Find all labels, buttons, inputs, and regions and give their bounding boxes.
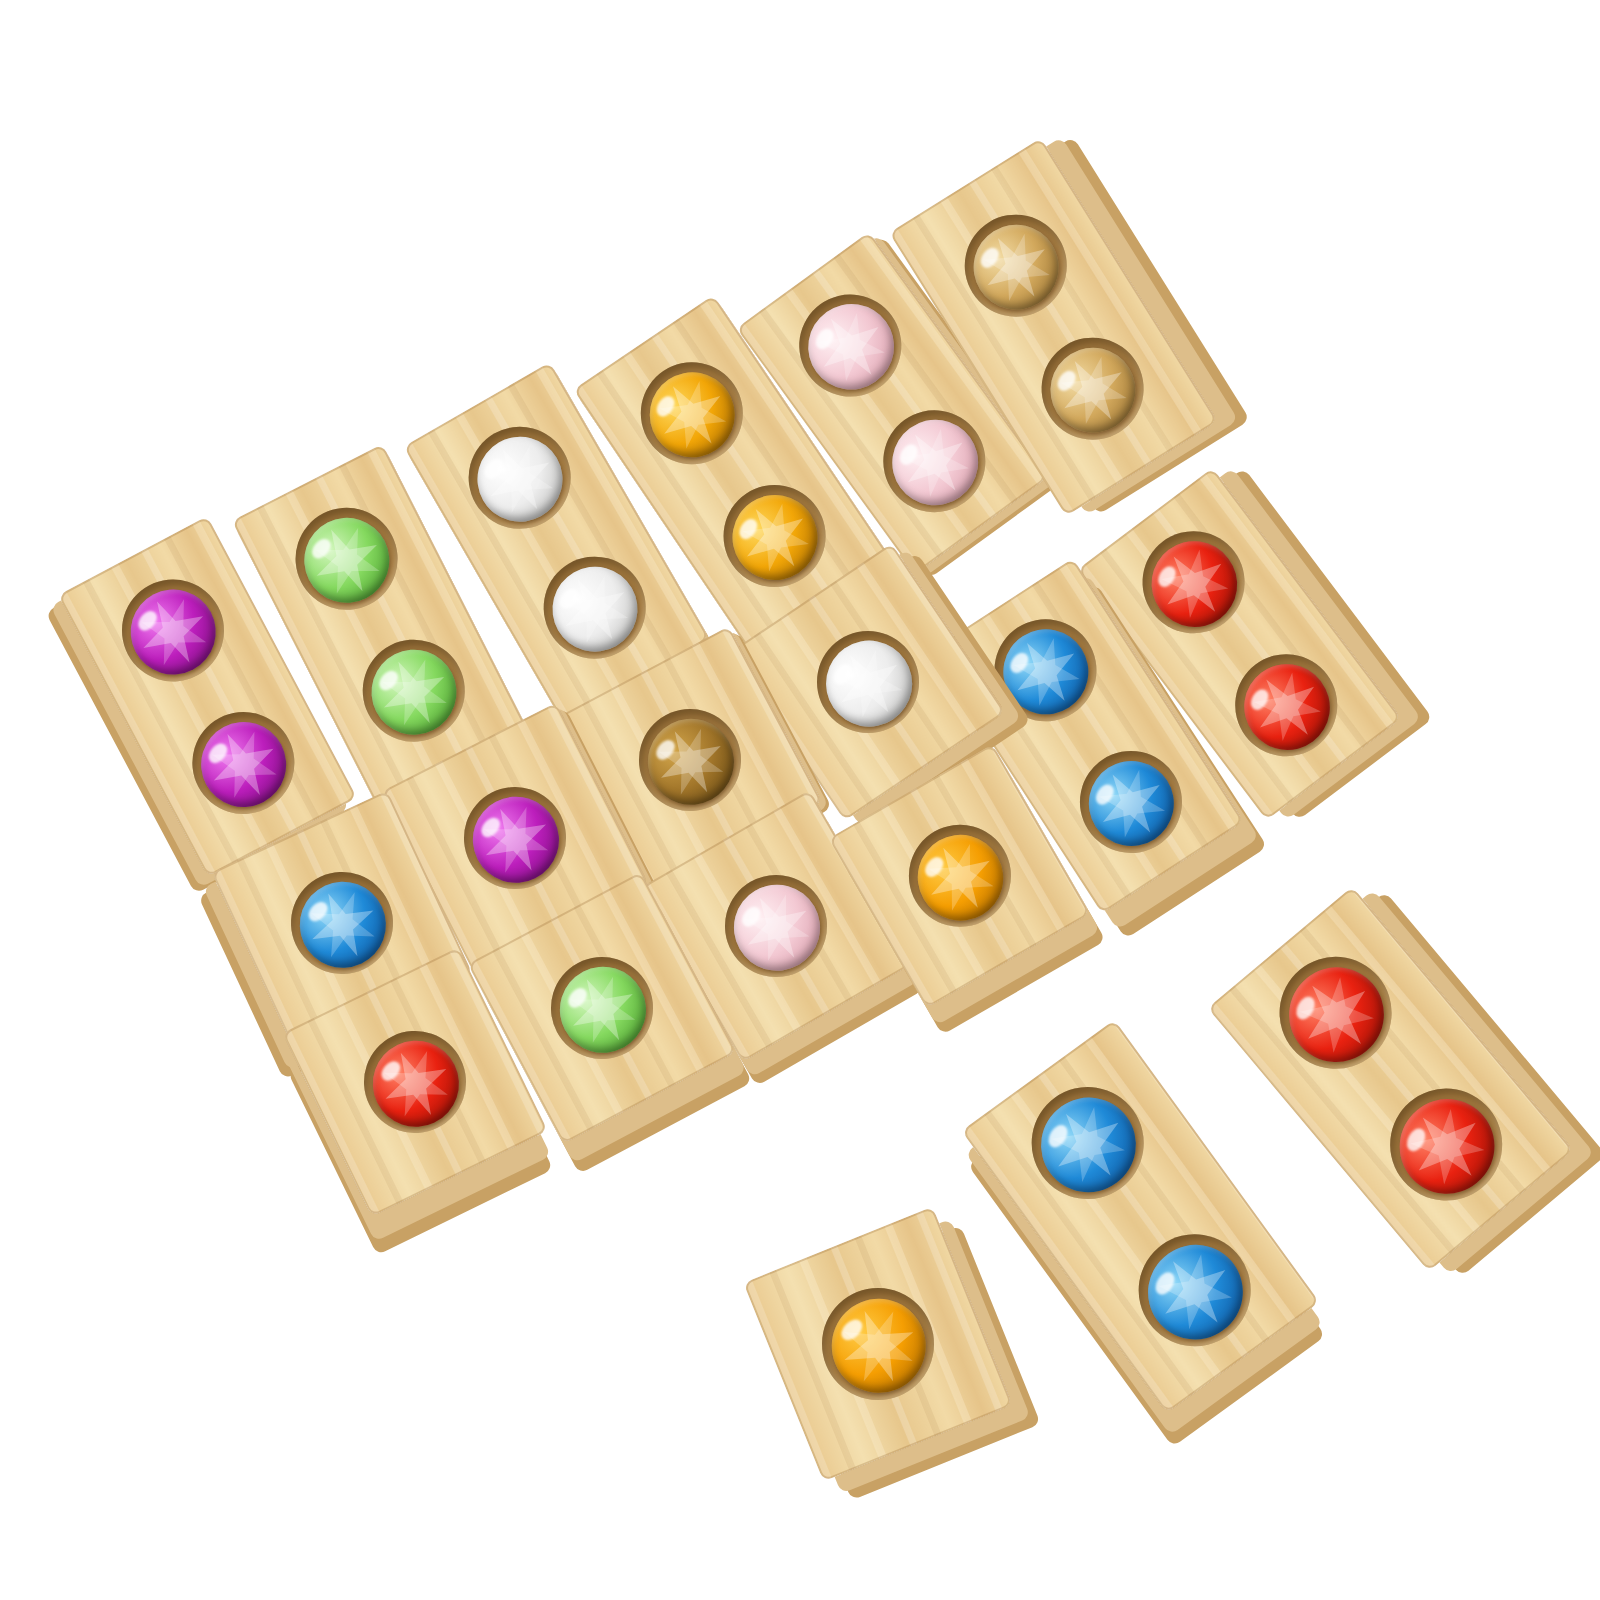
gem-hole: [449, 407, 588, 546]
gem-hole: [1256, 934, 1414, 1092]
gem-white: [536, 550, 653, 667]
gem-facet-icon: [471, 794, 562, 885]
gem-facet-icon: [297, 879, 389, 971]
gem-hole: [347, 1014, 483, 1150]
gem-purple: [115, 574, 231, 690]
gem-hole: [620, 342, 762, 484]
gem-red: [1227, 647, 1347, 767]
gem-hole: [1121, 511, 1264, 654]
gem-champagne: [1033, 331, 1151, 449]
gem-green: [289, 502, 404, 617]
gem-blue: [286, 868, 400, 982]
gem-facet-icon: [916, 834, 1004, 922]
gem-hole: [1008, 1064, 1164, 1220]
gem-hole: [1214, 634, 1357, 777]
gem-hole: [706, 856, 845, 995]
block-single-orange-loose[interactable]: [743, 1207, 1012, 1482]
gem-blue: [1022, 1078, 1153, 1209]
gem-facet-icon: [128, 587, 218, 677]
gem-red: [1134, 524, 1254, 644]
gem-hole: [974, 600, 1115, 741]
gem-facet-icon: [198, 719, 288, 809]
gem-facet-icon: [827, 1294, 931, 1398]
scene: [0, 0, 1600, 1600]
gem-pink: [718, 869, 835, 986]
gem-hole: [805, 1271, 951, 1417]
gem-facet-icon: [301, 515, 392, 606]
gem-hole: [344, 621, 481, 758]
gem-facet-icon: [558, 965, 648, 1055]
gem-hole: [533, 939, 671, 1077]
gem-hole: [703, 465, 845, 607]
gem-green: [545, 952, 661, 1068]
gem-facet-icon: [370, 1038, 461, 1129]
gem-hole: [1021, 318, 1162, 459]
gem-hole: [173, 693, 311, 831]
gem-hole: [446, 769, 583, 906]
gem-hole: [863, 390, 1005, 532]
gem-purple: [185, 706, 301, 822]
gem-hole: [621, 691, 759, 829]
gem-facet-icon: [646, 717, 736, 807]
gem-hole: [103, 561, 241, 699]
gem-hole: [274, 855, 410, 991]
gem-hole: [1059, 731, 1200, 872]
gem-champagne: [957, 208, 1075, 326]
gem-pink: [791, 287, 911, 407]
gem-red: [1270, 949, 1403, 1082]
gem-hole: [1115, 1211, 1271, 1367]
block-double-blue-loose[interactable]: [961, 1019, 1319, 1412]
gem-orange: [901, 819, 1018, 936]
gem-hole: [779, 274, 921, 416]
gem-red: [1380, 1080, 1513, 1213]
gem-amber: [715, 478, 834, 597]
gem-hole: [524, 537, 663, 676]
gem-blue: [1129, 1226, 1260, 1357]
gem-facet-icon: [733, 884, 821, 972]
gem-hole: [889, 806, 1028, 945]
gem-white: [810, 624, 929, 743]
gem-orange: [818, 1285, 940, 1407]
gem-green: [356, 634, 471, 749]
gem-facet-icon: [368, 646, 459, 737]
block-double-red-loose[interactable]: [1207, 886, 1573, 1271]
gem-white: [461, 420, 578, 537]
gem-blue: [1072, 744, 1191, 863]
gem-hole: [944, 195, 1085, 336]
gem-red: [359, 1027, 474, 1142]
gem-pink: [875, 403, 995, 523]
gem-brown: [633, 704, 749, 820]
gem-hole: [277, 489, 414, 626]
gem-amber: [632, 355, 751, 474]
gem-hole: [1366, 1066, 1524, 1224]
gem-hole: [797, 611, 939, 753]
gem-purple: [458, 782, 573, 897]
gem-blue: [986, 613, 1105, 732]
